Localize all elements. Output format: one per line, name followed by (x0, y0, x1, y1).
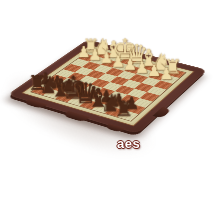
clasp-foot (104, 123, 126, 133)
scene: ♜♞♝♚♛♝♞♜♟♟♟♟♟♟♟♟♟♟♟♟♟♟♟♟♜♞♝♚♛♝♞♜ (0, 0, 220, 210)
piece-black-rook: ♜ (114, 97, 133, 119)
watermark-text: aes (117, 136, 140, 151)
chess-board: ♜♞♝♚♛♝♞♜♟♟♟♟♟♟♟♟♟♟♟♟♟♟♟♟♜♞♝♚♛♝♞♜ (7, 40, 208, 134)
clasp-foot (62, 111, 90, 123)
board-margin: ♜♞♝♚♛♝♞♜♟♟♟♟♟♟♟♟♟♟♟♟♟♟♟♟♜♞♝♚♛♝♞♜ (21, 45, 194, 126)
clasp-foot (23, 99, 48, 109)
piece-white-pawn: ♟ (159, 66, 173, 82)
clasp-foot (153, 107, 172, 119)
product-photo-canvas: ♜♞♝♚♛♝♞♜♟♟♟♟♟♟♟♟♟♟♟♟♟♟♟♟♜♞♝♚♛♝♞♜ aes (0, 0, 220, 210)
